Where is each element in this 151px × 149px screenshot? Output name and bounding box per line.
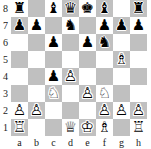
square-f8[interactable]: ♝ [96,0,113,17]
black-bishop-glyph: ♝ [96,0,113,17]
square-d4[interactable]: ♟♙ [62,68,79,85]
white-pawn-fill-glyph: ♟ [130,102,147,119]
rank-label-3: 3 [0,85,11,102]
piece-white-pawn-h2[interactable]: ♟♙ [130,102,147,119]
white-pawn-outline-glyph: ♙ [62,68,79,85]
black-pawn-glyph: ♟ [11,17,28,34]
piece-white-rook-a1[interactable]: ♜♖ [11,119,28,136]
square-d8[interactable]: ♛ [62,0,79,17]
white-pawn-fill-glyph: ♟ [62,68,79,85]
rank-label-5: 5 [0,51,11,68]
piece-black-bishop-f8[interactable]: ♝ [96,0,113,17]
piece-black-pawn-c6[interactable]: ♟ [45,34,62,51]
rank-label-7: 7 [0,17,11,34]
file-label-d: d [62,136,79,149]
rank-label-8: 8 [0,0,11,17]
white-pawn-fill-glyph: ♟ [79,85,96,102]
file-label-f: f [96,136,113,149]
square-b8[interactable] [28,0,45,17]
white-bishop-outline-glyph: ♗ [113,51,130,68]
square-a5[interactable] [11,51,28,68]
square-g1[interactable] [113,119,130,136]
piece-white-king-e1[interactable]: ♚♔ [79,119,96,136]
square-c8[interactable]: ♝ [45,0,62,17]
square-h1[interactable]: ♜♖ [130,119,147,136]
chess-board-app: 8♜♝♛♚♝♜7♟♟♞♟♟♟6♟♟♞5♝♗4♟♟♙3♞♘♟♙♞♘2♟♙♟♙♟♙♟… [0,0,151,149]
piece-black-pawn-g7[interactable]: ♟ [113,17,130,34]
white-pawn-outline-glyph: ♙ [28,102,45,119]
piece-black-pawn-e6[interactable]: ♟ [79,34,96,51]
square-h2[interactable]: ♟♙ [130,102,147,119]
white-rook-fill-glyph: ♜ [11,119,28,136]
square-b4[interactable] [28,68,45,85]
square-d3[interactable] [62,85,79,102]
square-a4[interactable] [11,68,28,85]
white-pawn-fill-glyph: ♟ [113,102,130,119]
white-queen-outline-glyph: ♕ [62,119,79,136]
file-label-c: c [45,136,62,149]
square-a1[interactable]: ♜♖ [11,119,28,136]
piece-white-pawn-a2[interactable]: ♟♙ [11,102,28,119]
black-knight-glyph: ♞ [96,34,113,51]
rank-label-4: 4 [0,68,11,85]
square-a2[interactable]: ♟♙ [11,102,28,119]
square-e3[interactable]: ♟♙ [79,85,96,102]
square-f4[interactable] [96,68,113,85]
square-f3[interactable]: ♞♘ [96,85,113,102]
black-pawn-glyph: ♟ [79,34,96,51]
square-b3[interactable] [28,85,45,102]
white-pawn-fill-glyph: ♟ [96,102,113,119]
rank-label-6: 6 [0,34,11,51]
black-pawn-glyph: ♟ [45,68,62,85]
square-h7[interactable]: ♟ [130,17,147,34]
square-h6[interactable] [130,34,147,51]
board-corner [0,136,11,149]
square-e6[interactable]: ♟ [79,34,96,51]
white-bishop-outline-glyph: ♗ [96,119,113,136]
square-d2[interactable] [62,102,79,119]
square-g2[interactable]: ♟♙ [113,102,130,119]
black-bishop-glyph: ♝ [45,0,62,17]
white-rook-outline-glyph: ♖ [11,119,28,136]
black-pawn-glyph: ♟ [113,17,130,34]
square-e5[interactable] [79,51,96,68]
white-knight-outline-glyph: ♘ [45,85,62,102]
white-bishop-fill-glyph: ♝ [113,51,130,68]
white-pawn-fill-glyph: ♟ [28,102,45,119]
piece-black-knight-d7[interactable]: ♞ [62,17,79,34]
square-f1[interactable]: ♝♗ [96,119,113,136]
square-e7[interactable] [79,17,96,34]
square-h4[interactable] [130,68,147,85]
square-g3[interactable] [113,85,130,102]
square-d1[interactable]: ♛♕ [62,119,79,136]
black-rook-glyph: ♜ [130,0,147,17]
square-f5[interactable] [96,51,113,68]
square-e4[interactable] [79,68,96,85]
square-a3[interactable] [11,85,28,102]
piece-black-pawn-f7[interactable]: ♟ [96,17,113,34]
square-d7[interactable]: ♞ [62,17,79,34]
square-b5[interactable] [28,51,45,68]
white-pawn-outline-glyph: ♙ [130,102,147,119]
piece-white-pawn-g2[interactable]: ♟♙ [113,102,130,119]
square-c1[interactable] [45,119,62,136]
piece-black-pawn-h7[interactable]: ♟ [130,17,147,34]
white-knight-fill-glyph: ♞ [96,85,113,102]
white-bishop-fill-glyph: ♝ [96,119,113,136]
piece-white-pawn-d4[interactable]: ♟♙ [62,68,79,85]
square-a6[interactable] [11,34,28,51]
square-h8[interactable]: ♜ [130,0,147,17]
square-a8[interactable]: ♜ [11,0,28,17]
white-knight-outline-glyph: ♘ [96,85,113,102]
piece-white-pawn-f2[interactable]: ♟♙ [96,102,113,119]
white-pawn-outline-glyph: ♙ [113,102,130,119]
black-pawn-glyph: ♟ [96,17,113,34]
square-g6[interactable] [113,34,130,51]
white-rook-fill-glyph: ♜ [130,119,147,136]
square-f7[interactable]: ♟ [96,17,113,34]
square-c6[interactable]: ♟ [45,34,62,51]
black-pawn-glyph: ♟ [45,34,62,51]
piece-black-rook-a8[interactable]: ♜ [11,0,28,17]
black-queen-glyph: ♛ [62,0,79,17]
file-label-b: b [28,136,45,149]
square-b1[interactable] [28,119,45,136]
square-b2[interactable]: ♟♙ [28,102,45,119]
piece-black-rook-h8[interactable]: ♜ [130,0,147,17]
square-c7[interactable] [45,17,62,34]
file-label-g: g [113,136,130,149]
piece-white-pawn-b2[interactable]: ♟♙ [28,102,45,119]
file-label-e: e [79,136,96,149]
square-e8[interactable]: ♚ [79,0,96,17]
square-b7[interactable]: ♟ [28,17,45,34]
square-g4[interactable] [113,68,130,85]
piece-black-pawn-b7[interactable]: ♟ [28,17,45,34]
white-king-fill-glyph: ♚ [79,119,96,136]
piece-white-knight-c3[interactable]: ♞♘ [45,85,62,102]
file-label-h: h [130,136,147,149]
piece-white-rook-h1[interactable]: ♜♖ [130,119,147,136]
square-d5[interactable] [62,51,79,68]
board-grid: 8♜♝♛♚♝♜7♟♟♞♟♟♟6♟♟♞5♝♗4♟♟♙3♞♘♟♙♞♘2♟♙♟♙♟♙♟… [0,0,151,149]
black-king-glyph: ♚ [79,0,96,17]
square-g7[interactable]: ♟ [113,17,130,34]
white-pawn-outline-glyph: ♙ [96,102,113,119]
white-pawn-outline-glyph: ♙ [79,85,96,102]
white-queen-fill-glyph: ♛ [62,119,79,136]
square-e1[interactable]: ♚♔ [79,119,96,136]
square-c4[interactable]: ♟ [45,68,62,85]
piece-black-pawn-c4[interactable]: ♟ [45,68,62,85]
black-rook-glyph: ♜ [11,0,28,17]
piece-black-pawn-a7[interactable]: ♟ [11,17,28,34]
square-d6[interactable] [62,34,79,51]
file-label-a: a [11,136,28,149]
white-pawn-outline-glyph: ♙ [11,102,28,119]
square-g8[interactable] [113,0,130,17]
white-knight-fill-glyph: ♞ [45,85,62,102]
piece-white-bishop-g5[interactable]: ♝♗ [113,51,130,68]
white-king-outline-glyph: ♔ [79,119,96,136]
square-c5[interactable] [45,51,62,68]
white-pawn-fill-glyph: ♟ [11,102,28,119]
square-b6[interactable] [28,34,45,51]
piece-black-knight-f6[interactable]: ♞ [96,34,113,51]
square-h5[interactable] [130,51,147,68]
piece-black-queen-d8[interactable]: ♛ [62,0,79,17]
square-c2[interactable] [45,102,62,119]
piece-white-knight-f3[interactable]: ♞♘ [96,85,113,102]
piece-white-pawn-e3[interactable]: ♟♙ [79,85,96,102]
piece-white-bishop-f1[interactable]: ♝♗ [96,119,113,136]
rank-label-1: 1 [0,119,11,136]
piece-white-queen-d1[interactable]: ♛♕ [62,119,79,136]
piece-black-bishop-c8[interactable]: ♝ [45,0,62,17]
black-knight-glyph: ♞ [62,17,79,34]
white-rook-outline-glyph: ♖ [130,119,147,136]
square-c3[interactable]: ♞♘ [45,85,62,102]
square-f6[interactable]: ♞ [96,34,113,51]
square-h3[interactable] [130,85,147,102]
square-e2[interactable] [79,102,96,119]
black-pawn-glyph: ♟ [130,17,147,34]
rank-label-2: 2 [0,102,11,119]
black-pawn-glyph: ♟ [28,17,45,34]
square-f2[interactable]: ♟♙ [96,102,113,119]
square-a7[interactable]: ♟ [11,17,28,34]
square-g5[interactable]: ♝♗ [113,51,130,68]
piece-black-king-e8[interactable]: ♚ [79,0,96,17]
